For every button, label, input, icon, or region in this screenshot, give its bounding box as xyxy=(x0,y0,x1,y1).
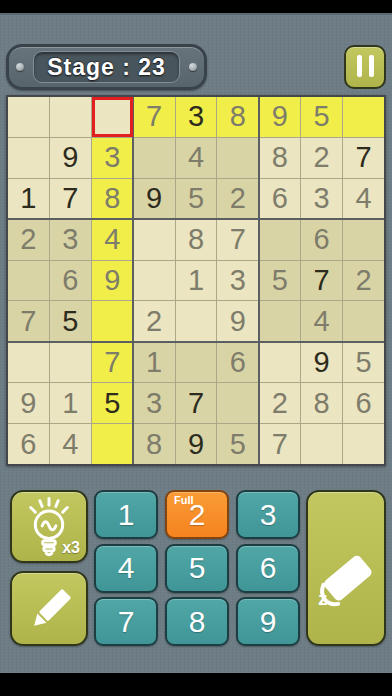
cell-digit: 4 xyxy=(104,225,120,254)
cell-r6c9[interactable] xyxy=(343,301,384,341)
cell-r9c5[interactable]: 9 xyxy=(176,424,217,464)
cell-r1c9[interactable] xyxy=(343,97,384,137)
cell-r9c7[interactable]: 7 xyxy=(259,424,300,464)
cell-digit: 2 xyxy=(230,184,246,213)
cell-r2c8[interactable]: 2 xyxy=(301,138,342,178)
cell-digit: 9 xyxy=(188,430,204,459)
cell-r6c4[interactable]: 2 xyxy=(134,301,175,341)
num-button-5[interactable]: 5 xyxy=(165,544,229,593)
cell-digit: 8 xyxy=(104,184,120,213)
cell-digit: 9 xyxy=(104,266,120,295)
stage-plaque-panel: Stage : 23 xyxy=(33,51,180,83)
cell-digit: 6 xyxy=(230,348,246,377)
cell-r3c8[interactable]: 3 xyxy=(301,179,342,219)
cell-digit: 2 xyxy=(272,389,288,418)
cell-digit: 9 xyxy=(20,389,36,418)
eraser-icon xyxy=(309,531,383,627)
cell-digit: 3 xyxy=(62,225,78,254)
cell-r1c5[interactable]: 3 xyxy=(176,97,217,137)
cell-r1c3[interactable] xyxy=(92,97,133,137)
cell-r5c1[interactable] xyxy=(8,261,49,301)
cell-r5c9[interactable]: 2 xyxy=(343,261,384,301)
cell-digit: 6 xyxy=(314,225,330,254)
cell-digit: 8 xyxy=(188,225,204,254)
cell-digit: 4 xyxy=(314,307,330,336)
cell-r2c1[interactable] xyxy=(8,138,49,178)
cell-r6c2[interactable]: 5 xyxy=(50,301,91,341)
hint-button[interactable]: x3 xyxy=(10,490,88,563)
cell-r3c7[interactable]: 6 xyxy=(259,179,300,219)
cell-r3c6[interactable]: 2 xyxy=(217,179,258,219)
cell-r7c1[interactable] xyxy=(8,342,49,382)
cell-digit: 9 xyxy=(62,143,78,172)
cell-r9c8[interactable] xyxy=(301,424,342,464)
cell-r7c6[interactable]: 6 xyxy=(217,342,258,382)
num-label: 6 xyxy=(260,553,277,583)
cell-digit: 3 xyxy=(188,102,204,131)
cell-r2c9[interactable]: 7 xyxy=(343,138,384,178)
cell-r5c4[interactable] xyxy=(134,261,175,301)
stage-label: Stage : 23 xyxy=(47,54,166,81)
cell-r4c3[interactable]: 4 xyxy=(92,220,133,260)
cell-r7c2[interactable] xyxy=(50,342,91,382)
cell-digit: 5 xyxy=(314,102,330,131)
cell-digit: 1 xyxy=(20,184,36,213)
pause-icon xyxy=(353,55,377,80)
cell-r3c1[interactable]: 1 xyxy=(8,179,49,219)
cell-r5c7[interactable]: 5 xyxy=(259,261,300,301)
num-label: 7 xyxy=(118,607,135,637)
num-button-6[interactable]: 6 xyxy=(236,544,300,593)
stage-plaque: Stage : 23 xyxy=(6,44,207,90)
num-label: 4 xyxy=(118,553,135,583)
cell-r1c1[interactable] xyxy=(8,97,49,137)
cell-r7c7[interactable] xyxy=(259,342,300,382)
cell-digit: 9 xyxy=(314,348,330,377)
cell-digit: 9 xyxy=(230,307,246,336)
eraser-letter: z xyxy=(318,588,328,610)
cell-r4c2[interactable]: 3 xyxy=(50,220,91,260)
cell-digit: 6 xyxy=(272,184,288,213)
cell-r5c5[interactable]: 1 xyxy=(176,261,217,301)
cell-r2c5[interactable]: 4 xyxy=(176,138,217,178)
cell-r6c7[interactable] xyxy=(259,301,300,341)
cell-r5c2[interactable]: 6 xyxy=(50,261,91,301)
num-button-1[interactable]: 1 xyxy=(94,490,158,539)
cell-r9c4[interactable]: 8 xyxy=(134,424,175,464)
cell-r4c7[interactable] xyxy=(259,220,300,260)
cell-r4c9[interactable] xyxy=(343,220,384,260)
cell-digit: 7 xyxy=(314,266,330,295)
cell-digit: 9 xyxy=(272,102,288,131)
number-pad: 1 Full 2 3 4 5 6 7 8 9 xyxy=(94,490,300,646)
cell-r2c2[interactable]: 9 xyxy=(50,138,91,178)
cell-digit: 5 xyxy=(104,389,120,418)
cell-digit: 5 xyxy=(230,430,246,459)
cell-r6c5[interactable] xyxy=(176,301,217,341)
cell-r9c6[interactable]: 5 xyxy=(217,424,258,464)
cell-r9c9[interactable] xyxy=(343,424,384,464)
cell-r2c3[interactable]: 3 xyxy=(92,138,133,178)
num-button-8[interactable]: 8 xyxy=(165,597,229,646)
num-button-4[interactable]: 4 xyxy=(94,544,158,593)
cell-r5c8[interactable]: 7 xyxy=(301,261,342,301)
cell-r3c5[interactable]: 5 xyxy=(176,179,217,219)
cell-digit: 9 xyxy=(146,184,162,213)
cell-r5c6[interactable]: 3 xyxy=(217,261,258,301)
cell-r6c6[interactable]: 9 xyxy=(217,301,258,341)
rivet-icon xyxy=(16,63,24,71)
cell-r1c4[interactable]: 7 xyxy=(134,97,175,137)
cell-digit: 7 xyxy=(272,430,288,459)
cell-r2c4[interactable] xyxy=(134,138,175,178)
num-label: 8 xyxy=(189,607,206,637)
pencil-icon xyxy=(19,581,79,641)
cell-r7c5[interactable] xyxy=(176,342,217,382)
cell-digit: 8 xyxy=(272,143,288,172)
cell-r9c1[interactable]: 6 xyxy=(8,424,49,464)
cell-r1c2[interactable] xyxy=(50,97,91,137)
cell-r3c4[interactable]: 9 xyxy=(134,179,175,219)
cell-digit: 3 xyxy=(104,143,120,172)
cell-r8c4[interactable]: 3 xyxy=(134,383,175,423)
cell-r2c7[interactable]: 8 xyxy=(259,138,300,178)
cell-digit: 5 xyxy=(355,348,371,377)
num-label: 5 xyxy=(189,553,206,583)
cell-digit: 6 xyxy=(20,430,36,459)
num-label: 1 xyxy=(118,500,135,530)
cell-digit: 4 xyxy=(355,184,371,213)
cell-digit: 8 xyxy=(146,430,162,459)
cell-digit: 8 xyxy=(230,102,246,131)
cell-r3c2[interactable]: 7 xyxy=(50,179,91,219)
cell-r8c7[interactable]: 2 xyxy=(259,383,300,423)
cell-r7c8[interactable]: 9 xyxy=(301,342,342,382)
cell-digit: 2 xyxy=(355,266,371,295)
cell-digit: 7 xyxy=(104,348,120,377)
num-button-3[interactable]: 3 xyxy=(236,490,300,539)
cell-r6c8[interactable]: 4 xyxy=(301,301,342,341)
cell-digit: 7 xyxy=(146,102,162,131)
num-button-2[interactable]: Full 2 xyxy=(165,490,229,539)
num-button-9[interactable]: 9 xyxy=(236,597,300,646)
cell-r4c8[interactable]: 6 xyxy=(301,220,342,260)
cell-r7c3[interactable]: 7 xyxy=(92,342,133,382)
cell-digit: 7 xyxy=(20,307,36,336)
full-badge: Full xyxy=(174,494,194,506)
cell-r9c2[interactable]: 4 xyxy=(50,424,91,464)
cell-r2c6[interactable] xyxy=(217,138,258,178)
cell-r8c6[interactable] xyxy=(217,383,258,423)
cell-digit: 1 xyxy=(146,348,162,377)
cell-digit: 2 xyxy=(314,143,330,172)
cell-digit: 6 xyxy=(62,266,78,295)
cell-r8c3[interactable]: 5 xyxy=(92,383,133,423)
cell-digit: 5 xyxy=(272,266,288,295)
cell-r1c8[interactable]: 5 xyxy=(301,97,342,137)
cell-digit: 1 xyxy=(188,266,204,295)
cell-r5c3[interactable]: 9 xyxy=(92,261,133,301)
cell-digit: 7 xyxy=(355,143,371,172)
eraser-button[interactable]: z xyxy=(306,490,386,646)
cell-digit: 4 xyxy=(188,143,204,172)
cell-r7c4[interactable]: 1 xyxy=(134,342,175,382)
cell-r1c6[interactable]: 8 xyxy=(217,97,258,137)
cell-r3c3[interactable]: 8 xyxy=(92,179,133,219)
cell-r3c9[interactable]: 4 xyxy=(343,179,384,219)
cell-r4c1[interactable]: 2 xyxy=(8,220,49,260)
cell-digit: 5 xyxy=(188,184,204,213)
top-letterbox xyxy=(0,0,392,13)
rivet-icon xyxy=(189,63,197,71)
hint-count: x3 xyxy=(62,539,80,557)
num-button-7[interactable]: 7 xyxy=(94,597,158,646)
cell-r6c3[interactable] xyxy=(92,301,133,341)
cell-r8c8[interactable]: 8 xyxy=(301,383,342,423)
cell-r7c9[interactable]: 5 xyxy=(343,342,384,382)
cell-r1c7[interactable]: 9 xyxy=(259,97,300,137)
cell-r8c1[interactable]: 9 xyxy=(8,383,49,423)
cell-digit: 3 xyxy=(314,184,330,213)
cell-digit: 1 xyxy=(62,389,78,418)
cell-digit: 7 xyxy=(188,389,204,418)
num-label: 3 xyxy=(260,500,277,530)
cell-digit: 8 xyxy=(314,389,330,418)
pause-button[interactable] xyxy=(344,45,386,89)
cell-r4c6[interactable]: 7 xyxy=(217,220,258,260)
cell-r6c1[interactable]: 7 xyxy=(8,301,49,341)
cell-digit: 2 xyxy=(146,307,162,336)
cell-digit: 7 xyxy=(230,225,246,254)
cell-digit: 3 xyxy=(230,266,246,295)
cell-digit: 4 xyxy=(62,430,78,459)
sudoku-board: 7389593482717895263423487669135727529471… xyxy=(6,95,386,466)
cell-digit: 6 xyxy=(355,389,371,418)
cell-r8c5[interactable]: 7 xyxy=(176,383,217,423)
cell-digit: 5 xyxy=(62,307,78,336)
bottom-letterbox xyxy=(0,673,392,696)
cell-r4c4[interactable] xyxy=(134,220,175,260)
cell-digit: 7 xyxy=(62,184,78,213)
cell-r4c5[interactable]: 8 xyxy=(176,220,217,260)
num-label: 9 xyxy=(260,607,277,637)
cell-r9c3[interactable] xyxy=(92,424,133,464)
cell-digit: 2 xyxy=(20,225,36,254)
cell-r8c2[interactable]: 1 xyxy=(50,383,91,423)
pencil-button[interactable] xyxy=(10,571,88,646)
cell-r8c9[interactable]: 6 xyxy=(343,383,384,423)
cell-digit: 3 xyxy=(146,389,162,418)
